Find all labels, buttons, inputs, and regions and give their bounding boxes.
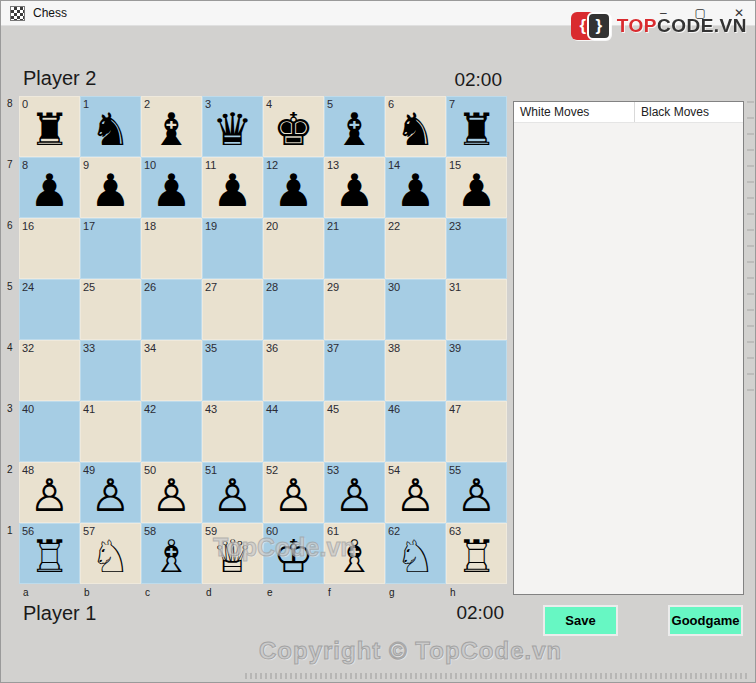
square-f5[interactable]: 29 xyxy=(324,279,385,340)
square-g6[interactable]: 22 xyxy=(385,218,446,279)
square-c1[interactable]: 58♗ xyxy=(141,523,202,584)
player2-clock: 02:00 xyxy=(454,69,502,91)
square-number: 23 xyxy=(449,220,461,232)
file-label-b: b xyxy=(84,587,90,598)
square-number: 47 xyxy=(449,403,461,415)
square-b7[interactable]: 9♟ xyxy=(80,157,141,218)
square-h3[interactable]: 47 xyxy=(446,401,507,462)
square-f8[interactable]: 5♝ xyxy=(324,96,385,157)
rank-label-5: 5 xyxy=(7,281,19,292)
white-rook-icon: ♖ xyxy=(446,523,507,584)
chess-app-window: Chess – ▢ ✕ { } TOPCODE.VN Player 2 02:0… xyxy=(0,0,756,683)
square-e7[interactable]: 12♟ xyxy=(263,157,324,218)
square-b3[interactable]: 41 xyxy=(80,401,141,462)
square-number: 31 xyxy=(449,281,461,293)
square-number: 39 xyxy=(449,342,461,354)
square-b5[interactable]: 25 xyxy=(80,279,141,340)
square-number: 21 xyxy=(327,220,339,232)
file-label-g: g xyxy=(389,587,395,598)
square-b6[interactable]: 17 xyxy=(80,218,141,279)
black-pawn-icon: ♟ xyxy=(19,157,80,218)
square-a5[interactable]: 24 xyxy=(19,279,80,340)
file-label-c: c xyxy=(145,587,150,598)
white-pawn-icon: ♙ xyxy=(263,462,324,523)
square-c2[interactable]: 50♙ xyxy=(141,462,202,523)
square-number: 36 xyxy=(266,342,278,354)
square-number: 46 xyxy=(388,403,400,415)
white-pawn-icon: ♙ xyxy=(324,462,385,523)
square-number: 27 xyxy=(205,281,217,293)
topcode-logo-text: TOPCODE.VN xyxy=(617,15,747,37)
square-d7[interactable]: 11♟ xyxy=(202,157,263,218)
square-g1[interactable]: 62♘ xyxy=(385,523,446,584)
square-h6[interactable]: 23 xyxy=(446,218,507,279)
square-number: 38 xyxy=(388,342,400,354)
square-number: 42 xyxy=(144,403,156,415)
rank-label-1: 1 xyxy=(7,525,19,536)
square-e6[interactable]: 20 xyxy=(263,218,324,279)
white-pawn-icon: ♙ xyxy=(202,462,263,523)
black-rook-icon: ♜ xyxy=(446,96,507,157)
window-title: Chess xyxy=(33,6,67,20)
square-f3[interactable]: 45 xyxy=(324,401,385,462)
logo-text-top: TOP xyxy=(617,15,657,36)
square-b2[interactable]: 49♙ xyxy=(80,462,141,523)
file-label-d: d xyxy=(206,587,212,598)
square-h8[interactable]: 7♜ xyxy=(446,96,507,157)
chessboard-app-icon xyxy=(10,6,25,21)
square-c7[interactable]: 10♟ xyxy=(141,157,202,218)
file-label-h: h xyxy=(450,587,456,598)
white-pawn-icon: ♙ xyxy=(446,462,507,523)
white-pawn-icon: ♙ xyxy=(80,462,141,523)
square-number: 20 xyxy=(266,220,278,232)
file-label-e: e xyxy=(267,587,273,598)
watermark-artifacts-bottom xyxy=(245,673,750,679)
player1-label: Player 1 xyxy=(23,602,96,625)
rank-label-8: 8 xyxy=(7,98,19,109)
square-d5[interactable]: 27 xyxy=(202,279,263,340)
square-a6[interactable]: 16 xyxy=(19,218,80,279)
square-c4[interactable]: 34 xyxy=(141,340,202,401)
square-g3[interactable]: 46 xyxy=(385,401,446,462)
black-knight-icon: ♞ xyxy=(80,96,141,157)
square-g7[interactable]: 14♟ xyxy=(385,157,446,218)
black-pawn-icon: ♟ xyxy=(324,157,385,218)
black-moves-column-header[interactable]: Black Moves xyxy=(635,102,743,122)
square-e4[interactable]: 36 xyxy=(263,340,324,401)
square-c3[interactable]: 42 xyxy=(141,401,202,462)
square-number: 33 xyxy=(83,342,95,354)
black-pawn-icon: ♟ xyxy=(385,157,446,218)
chess-board: 0♜1♞2♝3♛4♚5♝6♞7♜8♟9♟10♟11♟12♟13♟14♟15♟16… xyxy=(19,96,507,584)
black-knight-icon: ♞ xyxy=(385,96,446,157)
square-h2[interactable]: 55♙ xyxy=(446,462,507,523)
square-number: 41 xyxy=(83,403,95,415)
square-b1[interactable]: 57♘ xyxy=(80,523,141,584)
square-number: 22 xyxy=(388,220,400,232)
square-number: 44 xyxy=(266,403,278,415)
white-rook-icon: ♖ xyxy=(19,523,80,584)
square-h7[interactable]: 15♟ xyxy=(446,157,507,218)
board-watermark: TopCode.vn xyxy=(213,533,356,562)
square-g8[interactable]: 6♞ xyxy=(385,96,446,157)
white-pawn-icon: ♙ xyxy=(385,462,446,523)
square-a8[interactable]: 0♜ xyxy=(19,96,80,157)
square-a3[interactable]: 40 xyxy=(19,401,80,462)
black-bishop-icon: ♝ xyxy=(141,96,202,157)
logo-brace-right-icon: } xyxy=(587,12,611,40)
logo-text-codevn: CODE.VN xyxy=(657,15,747,36)
black-pawn-icon: ♟ xyxy=(446,157,507,218)
topcode-logo-icon: { } xyxy=(571,10,615,42)
watermark-artifacts-right xyxy=(747,101,754,391)
square-number: 16 xyxy=(22,220,34,232)
square-number: 45 xyxy=(327,403,339,415)
file-label-f: f xyxy=(328,587,331,598)
black-bishop-icon: ♝ xyxy=(324,96,385,157)
square-e3[interactable]: 44 xyxy=(263,401,324,462)
square-g4[interactable]: 38 xyxy=(385,340,446,401)
white-pawn-icon: ♙ xyxy=(141,462,202,523)
square-f4[interactable]: 37 xyxy=(324,340,385,401)
player2-label: Player 2 xyxy=(23,67,96,90)
rank-label-6: 6 xyxy=(7,220,19,231)
square-number: 30 xyxy=(388,281,400,293)
square-f7[interactable]: 13♟ xyxy=(324,157,385,218)
move-list-panel[interactable]: White Moves Black Moves xyxy=(513,101,744,595)
black-king-icon: ♚ xyxy=(263,96,324,157)
black-pawn-icon: ♟ xyxy=(80,157,141,218)
square-d3[interactable]: 43 xyxy=(202,401,263,462)
square-number: 25 xyxy=(83,281,95,293)
file-label-a: a xyxy=(23,587,29,598)
copyright-watermark: Copyright © TopCode.vn xyxy=(259,637,562,665)
move-list-header: White Moves Black Moves xyxy=(514,102,743,123)
square-e5[interactable]: 28 xyxy=(263,279,324,340)
square-number: 19 xyxy=(205,220,217,232)
square-number: 32 xyxy=(22,342,34,354)
square-e2[interactable]: 52♙ xyxy=(263,462,324,523)
square-number: 34 xyxy=(144,342,156,354)
square-a1[interactable]: 56♖ xyxy=(19,523,80,584)
white-bishop-icon: ♗ xyxy=(141,523,202,584)
square-d8[interactable]: 3♛ xyxy=(202,96,263,157)
square-d2[interactable]: 51♙ xyxy=(202,462,263,523)
square-number: 40 xyxy=(22,403,34,415)
square-g2[interactable]: 54♙ xyxy=(385,462,446,523)
square-number: 24 xyxy=(22,281,34,293)
square-c6[interactable]: 18 xyxy=(141,218,202,279)
black-pawn-icon: ♟ xyxy=(202,157,263,218)
white-moves-column-header[interactable]: White Moves xyxy=(514,102,635,122)
white-knight-icon: ♘ xyxy=(80,523,141,584)
topcode-logo: { } TOPCODE.VN xyxy=(571,10,747,42)
goodgame-button[interactable]: Goodgame xyxy=(668,605,743,636)
rank-label-2: 2 xyxy=(7,464,19,475)
square-h4[interactable]: 39 xyxy=(446,340,507,401)
square-number: 37 xyxy=(327,342,339,354)
square-h1[interactable]: 63♖ xyxy=(446,523,507,584)
square-a7[interactable]: 8♟ xyxy=(19,157,80,218)
black-queen-icon: ♛ xyxy=(202,96,263,157)
square-number: 17 xyxy=(83,220,95,232)
square-f2[interactable]: 53♙ xyxy=(324,462,385,523)
square-number: 43 xyxy=(205,403,217,415)
rank-label-4: 4 xyxy=(7,342,19,353)
rank-label-3: 3 xyxy=(7,403,19,414)
square-number: 18 xyxy=(144,220,156,232)
black-pawn-icon: ♟ xyxy=(263,157,324,218)
square-g5[interactable]: 30 xyxy=(385,279,446,340)
square-a2[interactable]: 48♙ xyxy=(19,462,80,523)
square-d6[interactable]: 19 xyxy=(202,218,263,279)
square-number: 26 xyxy=(144,281,156,293)
square-f6[interactable]: 21 xyxy=(324,218,385,279)
square-c5[interactable]: 26 xyxy=(141,279,202,340)
player1-clock: 02:00 xyxy=(456,602,504,624)
black-rook-icon: ♜ xyxy=(19,96,80,157)
square-b8[interactable]: 1♞ xyxy=(80,96,141,157)
black-pawn-icon: ♟ xyxy=(141,157,202,218)
square-a4[interactable]: 32 xyxy=(19,340,80,401)
square-e8[interactable]: 4♚ xyxy=(263,96,324,157)
square-h5[interactable]: 31 xyxy=(446,279,507,340)
square-b4[interactable]: 33 xyxy=(80,340,141,401)
save-button[interactable]: Save xyxy=(543,605,618,636)
square-c8[interactable]: 2♝ xyxy=(141,96,202,157)
white-knight-icon: ♘ xyxy=(385,523,446,584)
square-number: 28 xyxy=(266,281,278,293)
square-d4[interactable]: 35 xyxy=(202,340,263,401)
square-number: 29 xyxy=(327,281,339,293)
square-number: 35 xyxy=(205,342,217,354)
white-pawn-icon: ♙ xyxy=(19,462,80,523)
rank-label-7: 7 xyxy=(7,159,19,170)
